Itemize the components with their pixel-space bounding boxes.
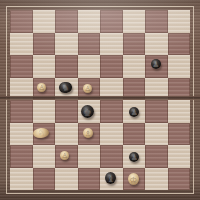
piece-black-king-d4[interactable]: ♚ [81, 105, 94, 118]
square-g2[interactable] [145, 145, 168, 168]
square-f5[interactable] [123, 78, 146, 101]
square-b5[interactable]: ♙ [33, 78, 56, 101]
square-f8[interactable] [123, 10, 146, 33]
square-d4[interactable]: ♚ [78, 100, 101, 123]
square-d3[interactable]: ♗ [78, 123, 101, 146]
chess-board: ♟♙♞♙♚♟♘♗♙♟♝♔ [10, 10, 190, 190]
white-bishop-glyph: ♗ [84, 130, 91, 138]
square-g3[interactable] [145, 123, 168, 146]
square-c3[interactable] [55, 123, 78, 146]
square-h6[interactable] [168, 55, 191, 78]
square-d1[interactable] [78, 168, 101, 191]
square-f1[interactable]: ♔ [123, 168, 146, 191]
piece-white-king-f1[interactable]: ♔ [128, 173, 139, 185]
black-pawn-glyph: ♟ [131, 109, 138, 117]
square-a1[interactable] [10, 168, 33, 191]
square-d6[interactable] [78, 55, 101, 78]
piece-black-pawn-g6[interactable]: ♟ [151, 59, 161, 69]
square-c8[interactable] [55, 10, 78, 33]
square-b3[interactable]: ♘ [33, 123, 56, 146]
square-g1[interactable] [145, 168, 168, 191]
piece-white-knight-b3[interactable]: ♘ [33, 128, 50, 139]
piece-white-pawn-d5[interactable]: ♙ [83, 84, 92, 93]
piece-black-pawn-f2[interactable]: ♟ [129, 152, 139, 162]
square-b8[interactable] [33, 10, 56, 33]
chess-board-photo: ♟♙♞♙♚♟♘♗♙♟♝♔ [0, 0, 200, 200]
square-f2[interactable]: ♟ [123, 145, 146, 168]
square-e2[interactable] [100, 145, 123, 168]
white-knight-glyph: ♘ [37, 129, 45, 138]
square-h4[interactable] [168, 100, 191, 123]
square-e3[interactable] [100, 123, 123, 146]
square-h8[interactable] [168, 10, 191, 33]
square-e7[interactable] [100, 33, 123, 56]
square-f4[interactable]: ♟ [123, 100, 146, 123]
square-e8[interactable] [100, 10, 123, 33]
square-d2[interactable] [78, 145, 101, 168]
piece-black-knight-c5[interactable]: ♞ [58, 82, 72, 94]
square-a8[interactable] [10, 10, 33, 33]
square-h7[interactable] [168, 33, 191, 56]
square-f3[interactable] [123, 123, 146, 146]
square-b7[interactable] [33, 33, 56, 56]
square-b1[interactable] [33, 168, 56, 191]
square-a6[interactable] [10, 55, 33, 78]
piece-white-pawn-c2[interactable]: ♙ [60, 151, 69, 160]
square-g6[interactable]: ♟ [145, 55, 168, 78]
square-h5[interactable] [168, 78, 191, 101]
square-e4[interactable] [100, 100, 123, 123]
square-g5[interactable] [145, 78, 168, 101]
square-c2[interactable]: ♙ [55, 145, 78, 168]
square-b4[interactable] [33, 100, 56, 123]
square-c6[interactable] [55, 55, 78, 78]
square-a4[interactable] [10, 100, 33, 123]
white-pawn-glyph: ♙ [39, 84, 45, 91]
square-c4[interactable] [55, 100, 78, 123]
square-e6[interactable] [100, 55, 123, 78]
square-d8[interactable] [78, 10, 101, 33]
square-d5[interactable]: ♙ [78, 78, 101, 101]
square-g8[interactable] [145, 10, 168, 33]
square-b2[interactable] [33, 145, 56, 168]
square-h2[interactable] [168, 145, 191, 168]
square-e1[interactable]: ♝ [100, 168, 123, 191]
black-bishop-glyph: ♝ [107, 174, 115, 183]
square-d7[interactable] [78, 33, 101, 56]
square-a5[interactable] [10, 78, 33, 101]
black-pawn-glyph: ♟ [131, 153, 138, 161]
square-b6[interactable] [33, 55, 56, 78]
square-a7[interactable] [10, 33, 33, 56]
square-a2[interactable] [10, 145, 33, 168]
white-pawn-glyph: ♙ [62, 153, 68, 160]
black-king-glyph: ♚ [83, 107, 92, 117]
square-h3[interactable] [168, 123, 191, 146]
square-g7[interactable] [145, 33, 168, 56]
square-c1[interactable] [55, 168, 78, 191]
square-c7[interactable] [55, 33, 78, 56]
black-pawn-glyph: ♟ [152, 61, 159, 69]
square-h1[interactable] [168, 168, 191, 191]
white-pawn-glyph: ♙ [85, 85, 91, 92]
square-f7[interactable] [123, 33, 146, 56]
piece-black-pawn-f4[interactable]: ♟ [129, 107, 139, 117]
black-knight-glyph: ♞ [61, 83, 70, 93]
piece-white-pawn-b5[interactable]: ♙ [37, 83, 46, 92]
square-e5[interactable] [100, 78, 123, 101]
square-f6[interactable] [123, 55, 146, 78]
piece-black-bishop-e1[interactable]: ♝ [105, 172, 116, 184]
piece-white-bishop-d3[interactable]: ♗ [83, 128, 93, 138]
square-a3[interactable] [10, 123, 33, 146]
square-c5[interactable]: ♞ [55, 78, 78, 101]
square-g4[interactable] [145, 100, 168, 123]
white-king-glyph: ♔ [129, 175, 137, 184]
